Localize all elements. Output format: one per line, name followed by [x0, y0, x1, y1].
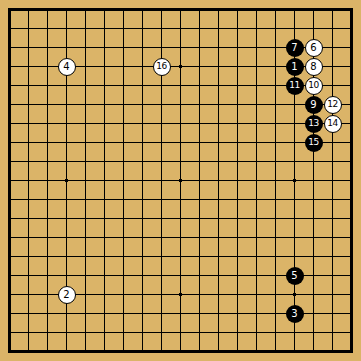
stone-black-1: 1 [286, 58, 304, 76]
stone-white-14: 14 [324, 115, 342, 133]
go-board: 12345678910111213141516 [0, 0, 361, 361]
stone-white-6: 6 [305, 39, 323, 57]
stone-white-10: 10 [305, 77, 323, 95]
stones-layer: 12345678910111213141516 [0, 0, 361, 361]
stone-white-12: 12 [324, 96, 342, 114]
stone-white-4: 4 [58, 58, 76, 76]
stone-black-5: 5 [286, 267, 304, 285]
stone-black-13: 13 [305, 115, 323, 133]
stone-white-8: 8 [305, 58, 323, 76]
stone-black-7: 7 [286, 39, 304, 57]
stone-black-3: 3 [286, 305, 304, 323]
stone-black-15: 15 [305, 134, 323, 152]
stone-black-11: 11 [286, 77, 304, 95]
stone-white-2: 2 [58, 286, 76, 304]
stone-white-16: 16 [153, 58, 171, 76]
stone-black-9: 9 [305, 96, 323, 114]
